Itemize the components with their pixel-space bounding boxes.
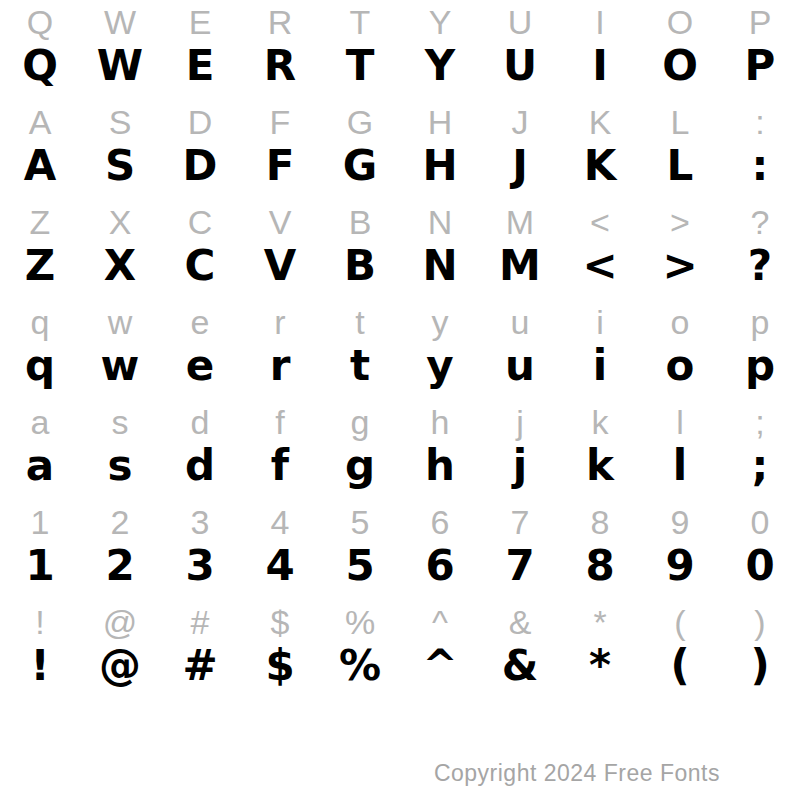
glyph-char: D [160, 144, 240, 200]
glyph-char: @ [80, 644, 160, 700]
glyph-char: M [480, 244, 560, 300]
glyph-char: l [640, 444, 720, 500]
glyph-char: # [160, 644, 240, 700]
glyph-row-1: ASDFGHJKL: [0, 144, 800, 200]
label-char: 7 [480, 500, 560, 544]
character-row-pair-4: asdfghjkl;asdfghjkl; [0, 400, 800, 500]
glyph-char: T [320, 44, 400, 100]
glyph-char: < [560, 244, 640, 300]
glyph-row-6: !@#$%^&*() [0, 644, 800, 700]
label-char: W [80, 0, 160, 44]
label-char: & [480, 600, 560, 644]
glyph-char: V [240, 244, 320, 300]
label-char: p [720, 300, 800, 344]
glyph-char: g [320, 444, 400, 500]
label-char: $ [240, 600, 320, 644]
glyph-char: 6 [400, 544, 480, 600]
label-char: A [0, 100, 80, 144]
glyph-char: 4 [240, 544, 320, 600]
label-char: 1 [0, 500, 80, 544]
character-grid: QWERTYUIOPQWERTYUIOPASDFGHJKL:ASDFGHJKL:… [0, 0, 800, 700]
glyph-char: Y [400, 44, 480, 100]
glyph-char: 9 [640, 544, 720, 600]
glyph-char: % [320, 644, 400, 700]
label-row-6: !@#$%^&*() [0, 600, 800, 644]
glyph-char: o [640, 344, 720, 400]
label-char: f [240, 400, 320, 444]
label-char: J [480, 100, 560, 144]
glyph-char: : [720, 144, 800, 200]
glyph-char: 2 [80, 544, 160, 600]
glyph-char: X [80, 244, 160, 300]
label-char: r [240, 300, 320, 344]
label-char: # [160, 600, 240, 644]
character-row-pair-0: QWERTYUIOPQWERTYUIOP [0, 0, 800, 100]
glyph-char: ! [0, 644, 80, 700]
glyph-char: E [160, 44, 240, 100]
label-char: a [0, 400, 80, 444]
glyph-char: A [0, 144, 80, 200]
label-char: 2 [80, 500, 160, 544]
label-char: d [160, 400, 240, 444]
glyph-char: K [560, 144, 640, 200]
glyph-row-4: asdfghjkl; [0, 444, 800, 500]
glyph-char: H [400, 144, 480, 200]
label-char: 8 [560, 500, 640, 544]
glyph-row-2: ZXCVBNM<>? [0, 244, 800, 300]
glyph-char: S [80, 144, 160, 200]
label-char: o [640, 300, 720, 344]
glyph-char: C [160, 244, 240, 300]
label-char: u [480, 300, 560, 344]
label-char: y [400, 300, 480, 344]
label-char: @ [80, 600, 160, 644]
glyph-char: 5 [320, 544, 400, 600]
glyph-char: J [480, 144, 560, 200]
glyph-char: p [720, 344, 800, 400]
font-specimen-page: QWERTYUIOPQWERTYUIOPASDFGHJKL:ASDFGHJKL:… [0, 0, 800, 800]
copyright-text: Copyright 2024 Free Fonts [434, 760, 720, 787]
label-char: K [560, 100, 640, 144]
label-char: > [640, 200, 720, 244]
character-row-pair-5: 12345678901234567890 [0, 500, 800, 600]
label-char: s [80, 400, 160, 444]
glyph-row-0: QWERTYUIOP [0, 44, 800, 100]
label-char: L [640, 100, 720, 144]
glyph-char: a [0, 444, 80, 500]
label-char: j [480, 400, 560, 444]
glyph-char: s [80, 444, 160, 500]
glyph-char: 7 [480, 544, 560, 600]
glyph-char: e [160, 344, 240, 400]
glyph-char: P [720, 44, 800, 100]
glyph-char: ? [720, 244, 800, 300]
glyph-char: W [80, 44, 160, 100]
label-char: R [240, 0, 320, 44]
glyph-char: y [400, 344, 480, 400]
label-char: Y [400, 0, 480, 44]
glyph-char: u [480, 344, 560, 400]
label-char: 3 [160, 500, 240, 544]
label-char: ( [640, 600, 720, 644]
glyph-char: & [480, 644, 560, 700]
glyph-char: ( [640, 644, 720, 700]
label-char: t [320, 300, 400, 344]
label-row-1: ASDFGHJKL: [0, 100, 800, 144]
label-char: g [320, 400, 400, 444]
glyph-char: 1 [0, 544, 80, 600]
label-char: 5 [320, 500, 400, 544]
label-char: E [160, 0, 240, 44]
label-char: X [80, 200, 160, 244]
glyph-char: Q [0, 44, 80, 100]
glyph-char: r [240, 344, 320, 400]
label-char: l [640, 400, 720, 444]
label-char: D [160, 100, 240, 144]
glyph-char: w [80, 344, 160, 400]
glyph-char: ) [720, 644, 800, 700]
label-char: < [560, 200, 640, 244]
glyph-row-3: qwertyuiop [0, 344, 800, 400]
glyph-char: ^ [400, 644, 480, 700]
label-char: Z [0, 200, 80, 244]
label-char: * [560, 600, 640, 644]
label-char: ! [0, 600, 80, 644]
label-char: e [160, 300, 240, 344]
label-char: : [720, 100, 800, 144]
label-row-2: ZXCVBNM<>? [0, 200, 800, 244]
label-char: ; [720, 400, 800, 444]
glyph-char: ; [720, 444, 800, 500]
glyph-char: O [640, 44, 720, 100]
label-char: 4 [240, 500, 320, 544]
label-char: M [480, 200, 560, 244]
label-char: H [400, 100, 480, 144]
character-row-pair-1: ASDFGHJKL:ASDFGHJKL: [0, 100, 800, 200]
label-char: % [320, 600, 400, 644]
glyph-char: G [320, 144, 400, 200]
glyph-char: q [0, 344, 80, 400]
label-row-5: 1234567890 [0, 500, 800, 544]
label-char: ^ [400, 600, 480, 644]
label-char: Q [0, 0, 80, 44]
label-char: ) [720, 600, 800, 644]
glyph-char: t [320, 344, 400, 400]
label-char: ? [720, 200, 800, 244]
glyph-char: U [480, 44, 560, 100]
label-char: i [560, 300, 640, 344]
label-char: U [480, 0, 560, 44]
glyph-char: 3 [160, 544, 240, 600]
label-row-4: asdfghjkl; [0, 400, 800, 444]
label-row-3: qwertyuiop [0, 300, 800, 344]
glyph-char: 0 [720, 544, 800, 600]
label-row-0: QWERTYUIOP [0, 0, 800, 44]
glyph-char: > [640, 244, 720, 300]
label-char: F [240, 100, 320, 144]
label-char: N [400, 200, 480, 244]
glyph-char: I [560, 44, 640, 100]
glyph-char: j [480, 444, 560, 500]
label-char: 6 [400, 500, 480, 544]
character-row-pair-3: qwertyuiopqwertyuiop [0, 300, 800, 400]
label-char: C [160, 200, 240, 244]
label-char: 9 [640, 500, 720, 544]
glyph-char: h [400, 444, 480, 500]
glyph-char: L [640, 144, 720, 200]
label-char: 0 [720, 500, 800, 544]
glyph-char: 8 [560, 544, 640, 600]
label-char: G [320, 100, 400, 144]
label-char: O [640, 0, 720, 44]
label-char: B [320, 200, 400, 244]
glyph-row-5: 1234567890 [0, 544, 800, 600]
glyph-char: * [560, 644, 640, 700]
glyph-char: N [400, 244, 480, 300]
glyph-char: F [240, 144, 320, 200]
label-char: I [560, 0, 640, 44]
label-char: V [240, 200, 320, 244]
character-row-pair-6: !@#$%^&*()!@#$%^&*() [0, 600, 800, 700]
label-char: q [0, 300, 80, 344]
glyph-char: d [160, 444, 240, 500]
glyph-char: R [240, 44, 320, 100]
glyph-char: Z [0, 244, 80, 300]
glyph-char: f [240, 444, 320, 500]
label-char: S [80, 100, 160, 144]
glyph-char: k [560, 444, 640, 500]
label-char: h [400, 400, 480, 444]
glyph-char: i [560, 344, 640, 400]
glyph-char: B [320, 244, 400, 300]
glyph-char: $ [240, 644, 320, 700]
label-char: w [80, 300, 160, 344]
label-char: P [720, 0, 800, 44]
character-row-pair-2: ZXCVBNM<>?ZXCVBNM<>? [0, 200, 800, 300]
label-char: T [320, 0, 400, 44]
label-char: k [560, 400, 640, 444]
